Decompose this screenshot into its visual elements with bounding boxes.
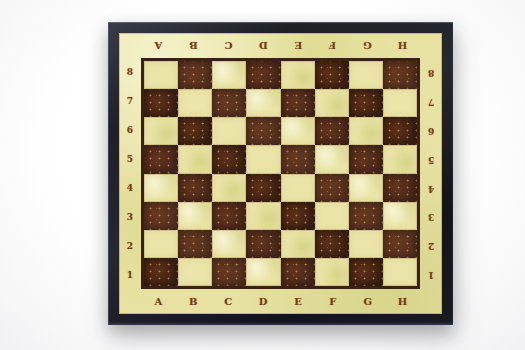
square-h2[interactable] bbox=[383, 230, 417, 258]
square-h8[interactable] bbox=[383, 61, 417, 89]
square-b5[interactable] bbox=[178, 145, 212, 173]
rank-label-4: 4 bbox=[119, 174, 141, 203]
square-b7[interactable] bbox=[178, 89, 212, 117]
rank-labels-left: 87654321 bbox=[119, 58, 141, 289]
square-g6[interactable] bbox=[349, 117, 383, 145]
square-c5[interactable] bbox=[212, 145, 246, 173]
rank-label-3: 3 bbox=[420, 202, 442, 231]
file-label-E: E bbox=[281, 33, 316, 58]
file-label-D: D bbox=[246, 33, 281, 58]
rank-label-1: 1 bbox=[420, 260, 442, 289]
square-e8[interactable] bbox=[281, 61, 315, 89]
square-h6[interactable] bbox=[383, 117, 417, 145]
square-d8[interactable] bbox=[246, 61, 280, 89]
square-e3[interactable] bbox=[281, 202, 315, 230]
rank-label-3: 3 bbox=[119, 202, 141, 231]
file-label-H: H bbox=[385, 33, 420, 58]
rank-label-1: 1 bbox=[119, 260, 141, 289]
square-b4[interactable] bbox=[178, 174, 212, 202]
square-f8[interactable] bbox=[315, 61, 349, 89]
playing-area bbox=[141, 58, 420, 289]
rank-label-5: 5 bbox=[119, 145, 141, 174]
square-a2[interactable] bbox=[144, 230, 178, 258]
square-f2[interactable] bbox=[315, 230, 349, 258]
square-h3[interactable] bbox=[383, 202, 417, 230]
file-labels-top: ABCDEFGH bbox=[141, 33, 420, 58]
file-labels-bottom: ABCDEFGH bbox=[141, 289, 420, 314]
square-g4[interactable] bbox=[349, 174, 383, 202]
square-g5[interactable] bbox=[349, 145, 383, 173]
file-label-C: C bbox=[211, 33, 246, 58]
square-e1[interactable] bbox=[281, 258, 315, 286]
rank-label-7: 7 bbox=[420, 87, 442, 116]
square-d1[interactable] bbox=[246, 258, 280, 286]
file-label-C: C bbox=[211, 289, 246, 314]
square-d5[interactable] bbox=[246, 145, 280, 173]
square-c2[interactable] bbox=[212, 230, 246, 258]
square-f6[interactable] bbox=[315, 117, 349, 145]
file-label-B: B bbox=[176, 289, 211, 314]
file-label-E: E bbox=[281, 289, 316, 314]
file-label-B: B bbox=[176, 33, 211, 58]
rank-label-2: 2 bbox=[420, 231, 442, 260]
photo-background: ABCDEFGH ABCDEFGH 87654321 87654321 bbox=[0, 0, 525, 350]
file-label-F: F bbox=[315, 33, 350, 58]
square-g2[interactable] bbox=[349, 230, 383, 258]
square-d2[interactable] bbox=[246, 230, 280, 258]
square-c8[interactable] bbox=[212, 61, 246, 89]
square-c3[interactable] bbox=[212, 202, 246, 230]
square-f5[interactable] bbox=[315, 145, 349, 173]
square-b8[interactable] bbox=[178, 61, 212, 89]
rank-label-8: 8 bbox=[119, 58, 141, 87]
square-b3[interactable] bbox=[178, 202, 212, 230]
square-a5[interactable] bbox=[144, 145, 178, 173]
rank-labels-right: 87654321 bbox=[420, 58, 442, 289]
square-g8[interactable] bbox=[349, 61, 383, 89]
square-a7[interactable] bbox=[144, 89, 178, 117]
square-a1[interactable] bbox=[144, 258, 178, 286]
square-b1[interactable] bbox=[178, 258, 212, 286]
file-label-H: H bbox=[385, 289, 420, 314]
rank-label-4: 4 bbox=[420, 174, 442, 203]
square-c7[interactable] bbox=[212, 89, 246, 117]
square-f4[interactable] bbox=[315, 174, 349, 202]
chess-board: ABCDEFGH ABCDEFGH 87654321 87654321 bbox=[108, 22, 453, 325]
rank-label-7: 7 bbox=[119, 87, 141, 116]
square-g1[interactable] bbox=[349, 258, 383, 286]
square-c4[interactable] bbox=[212, 174, 246, 202]
square-f7[interactable] bbox=[315, 89, 349, 117]
square-e7[interactable] bbox=[281, 89, 315, 117]
square-d3[interactable] bbox=[246, 202, 280, 230]
square-c1[interactable] bbox=[212, 258, 246, 286]
square-c6[interactable] bbox=[212, 117, 246, 145]
rank-label-6: 6 bbox=[420, 116, 442, 145]
file-label-A: A bbox=[141, 33, 176, 58]
file-label-G: G bbox=[350, 289, 385, 314]
square-f3[interactable] bbox=[315, 202, 349, 230]
square-h5[interactable] bbox=[383, 145, 417, 173]
square-g3[interactable] bbox=[349, 202, 383, 230]
file-label-A: A bbox=[141, 289, 176, 314]
square-a6[interactable] bbox=[144, 117, 178, 145]
board-border-field: ABCDEFGH ABCDEFGH 87654321 87654321 bbox=[119, 33, 442, 314]
file-label-D: D bbox=[246, 289, 281, 314]
square-h7[interactable] bbox=[383, 89, 417, 117]
rank-label-5: 5 bbox=[420, 145, 442, 174]
rank-label-6: 6 bbox=[119, 116, 141, 145]
square-h1[interactable] bbox=[383, 258, 417, 286]
square-a4[interactable] bbox=[144, 174, 178, 202]
square-g7[interactable] bbox=[349, 89, 383, 117]
square-f1[interactable] bbox=[315, 258, 349, 286]
rank-label-2: 2 bbox=[119, 231, 141, 260]
square-d6[interactable] bbox=[246, 117, 280, 145]
square-h4[interactable] bbox=[383, 174, 417, 202]
rank-label-8: 8 bbox=[420, 58, 442, 87]
square-b6[interactable] bbox=[178, 117, 212, 145]
square-e2[interactable] bbox=[281, 230, 315, 258]
square-e6[interactable] bbox=[281, 117, 315, 145]
square-a3[interactable] bbox=[144, 202, 178, 230]
square-d7[interactable] bbox=[246, 89, 280, 117]
file-label-G: G bbox=[350, 33, 385, 58]
square-e4[interactable] bbox=[281, 174, 315, 202]
square-b2[interactable] bbox=[178, 230, 212, 258]
square-a8[interactable] bbox=[144, 61, 178, 89]
file-label-F: F bbox=[315, 289, 350, 314]
square-d4[interactable] bbox=[246, 174, 280, 202]
square-e5[interactable] bbox=[281, 145, 315, 173]
